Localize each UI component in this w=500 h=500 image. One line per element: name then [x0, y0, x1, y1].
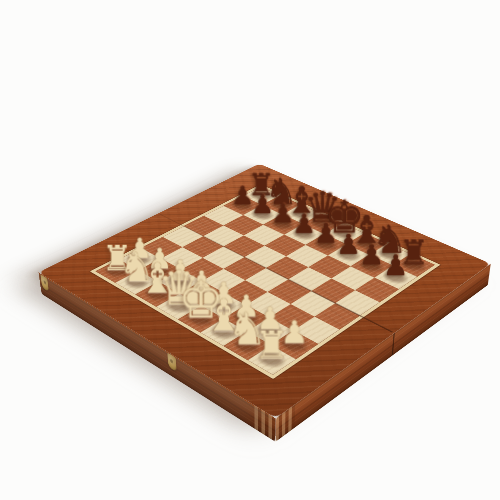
white-rook: ♜ [255, 326, 290, 365]
black-pawn: ♟ [292, 211, 316, 238]
black-pawn: ♟ [336, 231, 361, 258]
square-h5 [335, 290, 379, 316]
square-g4 [291, 291, 336, 317]
black-pawn: ♟ [359, 241, 384, 269]
chess-board: ♜♞♝♛♚♝♞♜♟♟♟♟♟♟♟♟♟♟♟♟♟♟♟♟♜♞♝♛♚♝♞♜ [38, 164, 490, 419]
brass-latch-icon [40, 274, 49, 292]
product-photo-stage: ♜♞♝♛♚♝♞♜♟♟♟♟♟♟♟♟♟♟♟♟♟♟♟♟♜♞♝♛♚♝♞♜ [0, 0, 500, 500]
black-pawn: ♟ [314, 221, 338, 248]
square-h1: ♜ [248, 345, 296, 375]
black-pawn: ♟ [383, 252, 408, 280]
brass-latch-icon [167, 352, 176, 371]
